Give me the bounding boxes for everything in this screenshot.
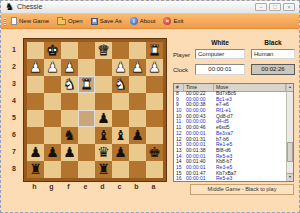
rank-label-7: 7 bbox=[8, 143, 20, 160]
toolbar: New GameOpenSave AsiAbout×Exit bbox=[1, 14, 299, 29]
black-pawn: ♟ bbox=[131, 127, 144, 143]
square-b6[interactable]: ♟ bbox=[129, 127, 146, 144]
white-pawn: ♟ bbox=[29, 59, 42, 75]
square-b2[interactable]: ♟ bbox=[129, 59, 146, 76]
square-a2[interactable]: ♟ bbox=[146, 59, 163, 76]
open-label: Open bbox=[68, 18, 83, 24]
rank-label-1: 1 bbox=[8, 41, 20, 58]
white-player-field[interactable]: Computer bbox=[195, 49, 245, 59]
square-a6[interactable] bbox=[146, 127, 163, 144]
square-g7[interactable]: ♟ bbox=[44, 144, 61, 161]
square-d3[interactable] bbox=[95, 76, 112, 93]
black-pawn: ♟ bbox=[114, 144, 127, 160]
square-e5[interactable] bbox=[78, 110, 95, 127]
clock-label: Clock bbox=[173, 67, 188, 73]
file-label-h: h bbox=[26, 183, 43, 192]
move-time: 00:00:01 bbox=[184, 176, 214, 181]
black-pawn: ♟ bbox=[46, 144, 59, 160]
black-column-header: Black bbox=[251, 39, 295, 46]
square-e3[interactable]: ♜ bbox=[78, 76, 95, 93]
square-b5[interactable] bbox=[129, 110, 146, 127]
header-time[interactable]: Time bbox=[184, 84, 214, 91]
rank-label-5: 5 bbox=[8, 109, 20, 126]
black-player-field[interactable]: Human bbox=[251, 49, 295, 59]
square-a4[interactable] bbox=[146, 93, 163, 110]
square-d5[interactable]: ♟ bbox=[95, 110, 112, 127]
square-g8[interactable] bbox=[44, 161, 61, 178]
black-pawn: ♟ bbox=[29, 144, 42, 160]
white-column-header: White bbox=[195, 39, 245, 46]
app-knight-icon: ♞ bbox=[5, 1, 14, 13]
file-label-b: b bbox=[128, 183, 145, 192]
black-pawn: ♟ bbox=[63, 144, 76, 160]
square-g4[interactable] bbox=[44, 93, 61, 110]
rank-label-8: 8 bbox=[8, 160, 20, 177]
square-e2[interactable] bbox=[78, 59, 95, 76]
square-h6[interactable] bbox=[27, 127, 44, 144]
square-h3[interactable] bbox=[27, 76, 44, 93]
header-number[interactable]: # bbox=[174, 84, 184, 91]
square-h2[interactable]: ♟ bbox=[27, 59, 44, 76]
title-bar[interactable]: ♞ Chessie −□× bbox=[1, 1, 299, 14]
square-a3[interactable] bbox=[146, 76, 163, 93]
window-title: Chessie bbox=[17, 1, 42, 13]
black-pawn: ♟ bbox=[97, 110, 110, 126]
status-bar: Middle Game - Black to play bbox=[190, 184, 294, 195]
square-e7[interactable] bbox=[78, 144, 95, 161]
square-f7[interactable]: ♟ bbox=[61, 144, 78, 161]
save-icon bbox=[91, 18, 98, 25]
file-label-a: a bbox=[145, 183, 162, 192]
about-label: About bbox=[140, 18, 156, 24]
square-e4[interactable] bbox=[78, 93, 95, 110]
square-g3[interactable] bbox=[44, 76, 61, 93]
exit-button[interactable]: ×Exit bbox=[163, 15, 183, 27]
scroll-down-icon[interactable]: ▼ bbox=[287, 173, 293, 181]
white-pawn: ♟ bbox=[148, 59, 161, 75]
square-c7[interactable]: ♟ bbox=[112, 144, 129, 161]
open-button[interactable]: Open bbox=[57, 15, 83, 27]
about-icon: i bbox=[130, 17, 138, 25]
black-rook: ♜ bbox=[97, 161, 110, 177]
square-d8[interactable]: ♜ bbox=[95, 161, 112, 178]
new-icon bbox=[11, 17, 17, 25]
file-label-d: d bbox=[94, 183, 111, 192]
white-pawn: ♟ bbox=[46, 59, 59, 75]
square-d7[interactable]: ♛ bbox=[95, 144, 112, 161]
square-h4[interactable] bbox=[27, 93, 44, 110]
rank-label-2: 2 bbox=[8, 58, 20, 75]
exit-icon: × bbox=[163, 17, 171, 25]
minimize-button[interactable]: − bbox=[255, 3, 267, 11]
black-bishop: ♝ bbox=[114, 127, 127, 143]
save-as-label: Save As bbox=[100, 18, 122, 24]
white-knight: ♞ bbox=[63, 76, 76, 92]
square-f2[interactable]: ♟ bbox=[61, 59, 78, 76]
square-g5[interactable] bbox=[44, 110, 61, 127]
square-a1[interactable]: ♜ bbox=[146, 42, 163, 59]
white-rook: ♜ bbox=[148, 42, 161, 58]
rank-label-6: 6 bbox=[8, 126, 20, 143]
square-e8[interactable] bbox=[78, 161, 95, 178]
square-d4[interactable] bbox=[95, 93, 112, 110]
square-a7[interactable]: ♚ bbox=[146, 144, 163, 161]
maximize-button[interactable]: □ bbox=[269, 3, 281, 11]
about-button[interactable]: iAbout bbox=[130, 15, 156, 27]
close-button[interactable]: × bbox=[283, 3, 295, 11]
square-f6[interactable]: ♞ bbox=[61, 127, 78, 144]
square-b1[interactable] bbox=[129, 42, 146, 59]
white-king: ♚ bbox=[46, 42, 59, 58]
white-pawn: ♟ bbox=[63, 59, 76, 75]
square-f1[interactable] bbox=[61, 42, 78, 59]
square-h1[interactable] bbox=[27, 42, 44, 59]
new-game-button[interactable]: New Game bbox=[11, 15, 49, 27]
file-label-c: c bbox=[111, 183, 128, 192]
file-label-g: g bbox=[43, 183, 60, 192]
player-label: Player bbox=[173, 52, 190, 58]
window-controls: −□× bbox=[255, 3, 295, 11]
move-text: Re5-e3 bbox=[214, 176, 286, 181]
square-a8[interactable] bbox=[146, 161, 163, 178]
square-f8[interactable] bbox=[61, 161, 78, 178]
square-f5[interactable] bbox=[61, 110, 78, 127]
file-label-f: f bbox=[60, 183, 77, 192]
square-g2[interactable]: ♟ bbox=[44, 59, 61, 76]
move-row[interactable]: 1600:00:01Re5-e3 bbox=[174, 176, 286, 181]
header-move[interactable]: Move bbox=[214, 84, 286, 91]
square-d2[interactable] bbox=[95, 59, 112, 76]
square-c4[interactable] bbox=[112, 93, 129, 110]
square-h8[interactable]: ♜ bbox=[27, 161, 44, 178]
square-c6[interactable]: ♝ bbox=[112, 127, 129, 144]
black-rook: ♜ bbox=[29, 161, 42, 177]
square-e6[interactable] bbox=[78, 127, 95, 144]
black-queen: ♛ bbox=[97, 144, 110, 160]
move-table: # Time Move 800:00:22Bd7xBc6900:00:00Bc1… bbox=[173, 83, 294, 182]
square-b7[interactable] bbox=[129, 144, 146, 161]
square-b8[interactable] bbox=[129, 161, 146, 178]
rank-label-4: 4 bbox=[8, 92, 20, 109]
square-f3[interactable]: ♞ bbox=[61, 76, 78, 93]
white-knight: ♞ bbox=[114, 76, 127, 92]
white-rook: ♜ bbox=[80, 76, 93, 92]
black-knight: ♞ bbox=[63, 127, 76, 143]
square-e1[interactable] bbox=[78, 42, 95, 59]
black-king: ♚ bbox=[148, 144, 161, 160]
square-d1[interactable]: ♛ bbox=[95, 42, 112, 59]
square-h7[interactable]: ♟ bbox=[27, 144, 44, 161]
square-c5[interactable] bbox=[112, 110, 129, 127]
chessie-window: ♞ Chessie −□× New GameOpenSave AsiAbout×… bbox=[0, 0, 300, 213]
black-bishop: ♝ bbox=[97, 127, 110, 143]
square-b4[interactable] bbox=[129, 93, 146, 110]
square-g6[interactable] bbox=[44, 127, 61, 144]
square-a5[interactable] bbox=[146, 110, 163, 127]
exit-label: Exit bbox=[173, 18, 183, 24]
square-c2[interactable]: ♟ bbox=[112, 59, 129, 76]
board-frame: ♚♛♜♟♟♟♟♟♟♞♜♞♟♞♝♝♟♟♟♟♛♟♚♜♜ bbox=[23, 38, 167, 182]
board: ♚♛♜♟♟♟♟♟♟♞♜♞♟♞♝♝♟♟♟♟♛♟♚♜♜ bbox=[27, 42, 163, 178]
move-list-scrollbar[interactable]: ▲ ▼ bbox=[286, 84, 293, 181]
move-number: 16 bbox=[174, 176, 184, 181]
square-g1[interactable]: ♚ bbox=[44, 42, 61, 59]
new-game-label: New Game bbox=[19, 18, 49, 24]
square-c3[interactable]: ♞ bbox=[112, 76, 129, 93]
save-as-button[interactable]: Save As bbox=[91, 15, 122, 27]
white-pawn: ♟ bbox=[114, 59, 127, 75]
square-d6[interactable]: ♝ bbox=[95, 127, 112, 144]
white-queen: ♛ bbox=[97, 42, 110, 58]
square-h5[interactable] bbox=[27, 110, 44, 127]
white-pawn: ♟ bbox=[131, 59, 144, 75]
square-b3[interactable] bbox=[129, 76, 146, 93]
rank-label-3: 3 bbox=[8, 75, 20, 92]
square-c8[interactable] bbox=[112, 161, 129, 178]
scrollbar-thumb[interactable] bbox=[287, 142, 293, 162]
white-clock: 00:00:01 bbox=[195, 64, 245, 75]
open-icon bbox=[57, 19, 66, 25]
file-label-e: e bbox=[77, 183, 94, 192]
black-clock: 00:02:26 bbox=[251, 64, 295, 75]
toolbar-grip-icon[interactable] bbox=[4, 18, 6, 26]
square-f4[interactable] bbox=[61, 93, 78, 110]
scroll-up-icon[interactable]: ▲ bbox=[287, 84, 293, 92]
move-list: 800:00:22Bd7xBc6900:00:00Bc1-e3900:00:38… bbox=[174, 91, 286, 181]
square-c1[interactable] bbox=[112, 42, 129, 59]
